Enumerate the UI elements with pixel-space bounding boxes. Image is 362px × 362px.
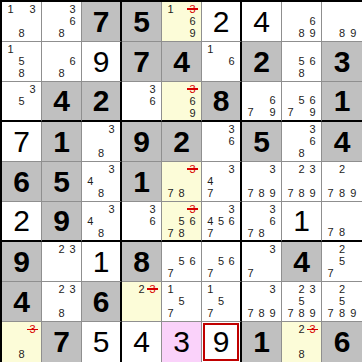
candidate-8: 8 xyxy=(296,147,307,159)
candidate-slot-empty xyxy=(245,283,256,295)
candidate-slot-empty xyxy=(45,283,56,295)
cell-r7c6[interactable]: 567 xyxy=(202,242,242,282)
candidate-slot-empty xyxy=(165,255,176,267)
solved-digit: 4 xyxy=(133,327,150,357)
candidate-slot-empty xyxy=(285,283,296,295)
cell-r9c3[interactable]: 5 xyxy=(82,322,122,362)
solved-digit: 3 xyxy=(173,327,190,357)
candidate-slot-empty xyxy=(216,135,227,147)
cell-r6c3[interactable]: 348 xyxy=(82,202,122,242)
candidate-slot-empty xyxy=(256,163,267,175)
candidate-slot-empty xyxy=(245,295,256,307)
candidate-slot-empty xyxy=(296,123,307,135)
candidate-slot-empty xyxy=(348,243,359,255)
candidate-3: 3 xyxy=(106,203,117,215)
candidate-slot-empty xyxy=(285,163,296,175)
cell-r1c1[interactable]: 138 xyxy=(2,2,42,42)
candidate-grid: 679 xyxy=(245,83,278,118)
candidate-grid: 157 xyxy=(165,283,198,319)
candidate-slot-empty xyxy=(136,83,147,95)
candidate-slot-empty xyxy=(106,227,117,239)
candidate-7: 7 xyxy=(325,267,336,279)
given-digit: 8 xyxy=(133,247,150,277)
cell-r3c2[interactable]: 4 xyxy=(42,82,82,122)
cell-r5c3[interactable]: 348 xyxy=(82,162,122,202)
candidate-7: 7 xyxy=(205,267,216,279)
cell-r6c8[interactable]: 1 xyxy=(282,202,322,242)
candidate-slot-empty xyxy=(336,267,347,279)
candidate-slot-empty xyxy=(147,295,158,307)
cell-r4c8[interactable]: 368 xyxy=(282,122,322,162)
cell-r2c1[interactable]: 158 xyxy=(2,42,42,82)
candidate-slot-empty xyxy=(216,147,227,159)
candidate-slot-empty xyxy=(45,3,56,15)
candidate-6: 6 xyxy=(67,55,78,67)
cell-r3c6[interactable]: 8 xyxy=(202,82,242,122)
given-digit: 6 xyxy=(93,287,110,317)
candidate-slot-empty xyxy=(106,215,117,227)
cell-r7c5[interactable]: 567 xyxy=(162,242,202,282)
solved-digit: 1 xyxy=(293,206,310,236)
sudoku-board: 1383687513692468989158689741625683354236… xyxy=(0,0,362,362)
cell-r8c4[interactable]: 23 xyxy=(122,282,162,322)
candidate-slot-empty xyxy=(296,175,307,187)
candidate-7: 7 xyxy=(205,227,216,239)
candidate-2: 2 xyxy=(296,323,307,335)
cell-r7c4[interactable]: 8 xyxy=(122,242,162,282)
candidate-3-eliminated: 3 xyxy=(187,83,198,95)
candidate-slot-empty xyxy=(67,43,78,55)
candidate-slot-empty xyxy=(325,215,336,227)
cell-r3c4[interactable]: 36 xyxy=(122,82,162,122)
solved-digit: 5 xyxy=(93,327,110,357)
given-digit: 4 xyxy=(53,86,70,116)
given-digit: 1 xyxy=(253,327,270,357)
candidate-slot-empty xyxy=(245,243,256,255)
candidate-8: 8 xyxy=(96,187,107,199)
cell-r1c5[interactable]: 1369 xyxy=(162,2,202,42)
candidate-7: 7 xyxy=(325,187,336,199)
candidate-slot-empty xyxy=(245,94,256,106)
cell-r4c7[interactable]: 5 xyxy=(242,122,282,162)
candidate-slot-empty xyxy=(267,267,278,279)
cell-r9c2[interactable]: 7 xyxy=(42,322,82,362)
candidate-slot-empty xyxy=(165,295,176,307)
candidate-grid: 23789 xyxy=(285,163,318,199)
candidate-5: 5 xyxy=(296,94,307,106)
candidate-8: 8 xyxy=(96,227,107,239)
candidate-7: 7 xyxy=(245,106,256,118)
cell-r9c4[interactable]: 4 xyxy=(122,322,162,362)
cell-r3c1[interactable]: 35 xyxy=(2,82,42,122)
candidate-slot-empty xyxy=(285,27,296,39)
cell-r5c6[interactable]: 347 xyxy=(202,162,242,202)
candidate-8: 8 xyxy=(176,227,187,239)
candidate-3: 3 xyxy=(147,203,158,215)
candidate-slot-empty xyxy=(67,67,78,79)
candidate-grid: 37 xyxy=(245,243,278,279)
candidate-grid: 368 xyxy=(45,3,78,39)
candidate-slot-empty xyxy=(325,3,336,15)
cell-r5c8[interactable]: 23789 xyxy=(282,162,322,202)
cell-r7c1[interactable]: 9 xyxy=(2,242,42,282)
candidate-slot-empty xyxy=(216,67,227,79)
candidate-3: 3 xyxy=(226,203,237,215)
cell-r8c3[interactable]: 6 xyxy=(82,282,122,322)
candidate-slot-empty xyxy=(336,175,347,187)
cell-r6c2[interactable]: 9 xyxy=(42,202,82,242)
candidate-7: 7 xyxy=(205,307,216,319)
candidate-slot-empty xyxy=(45,243,56,255)
candidate-6: 6 xyxy=(187,15,198,27)
candidate-slot-empty xyxy=(245,255,256,267)
candidate-grid: 36 xyxy=(125,83,158,118)
cell-r5c4[interactable]: 1 xyxy=(122,162,162,202)
cell-r2c4[interactable]: 7 xyxy=(122,42,162,82)
candidate-slot-empty xyxy=(256,203,267,215)
candidate-slot-empty xyxy=(256,295,267,307)
candidate-slot-empty xyxy=(285,348,296,360)
candidate-slot-empty xyxy=(216,163,227,175)
candidate-3: 3 xyxy=(226,163,237,175)
candidate-8: 8 xyxy=(16,27,27,39)
candidate-slot-empty xyxy=(226,267,237,279)
candidate-2: 2 xyxy=(136,283,147,295)
cell-r3c3[interactable]: 2 xyxy=(82,82,122,122)
candidate-8: 8 xyxy=(16,67,27,79)
cell-r9c1[interactable]: 38 xyxy=(2,322,42,362)
candidate-4: 4 xyxy=(205,175,216,187)
candidate-slot-empty xyxy=(176,267,187,279)
candidate-slot-empty xyxy=(85,187,96,199)
cell-r6c9[interactable]: 78 xyxy=(322,202,362,242)
cell-r3c5[interactable]: 369 xyxy=(162,82,202,122)
cell-r4c9[interactable]: 4 xyxy=(322,122,362,162)
candidate-slot-empty xyxy=(45,267,56,279)
given-digit: 9 xyxy=(13,247,30,277)
cell-r6c6[interactable]: 34567 xyxy=(202,202,242,242)
candidate-slot-empty xyxy=(245,83,256,94)
candidate-8: 8 xyxy=(296,348,307,360)
candidate-slot-empty xyxy=(136,227,147,238)
candidate-grid: 348 xyxy=(85,163,117,199)
candidate-slot-empty xyxy=(307,147,318,159)
candidate-9: 9 xyxy=(307,106,318,118)
cell-r5c1[interactable]: 6 xyxy=(2,162,42,202)
candidate-1: 1 xyxy=(5,43,16,55)
candidate-7: 7 xyxy=(325,226,336,238)
candidate-slot-empty xyxy=(256,106,267,118)
candidate-slot-empty xyxy=(5,83,16,95)
cell-r9c8[interactable]: 238 xyxy=(282,322,322,362)
candidate-5: 5 xyxy=(216,215,227,227)
cell-r7c9[interactable]: 257 xyxy=(322,242,362,282)
candidate-slot-empty xyxy=(106,187,117,199)
candidate-slot-empty xyxy=(165,83,176,95)
cell-r8c6[interactable]: 157 xyxy=(202,282,242,322)
candidate-7: 7 xyxy=(165,307,176,319)
candidate-3-eliminated: 3 xyxy=(307,323,318,335)
candidate-grid: 5679 xyxy=(285,83,318,118)
candidate-slot-empty xyxy=(226,67,237,79)
candidate-slot-empty xyxy=(16,15,27,27)
candidate-slot-empty xyxy=(348,215,359,227)
candidate-slot-empty xyxy=(136,95,147,107)
cell-r9c5[interactable]: 3 xyxy=(162,322,202,362)
candidate-slot-empty xyxy=(147,227,158,238)
cell-r3c7[interactable]: 679 xyxy=(242,82,282,122)
candidate-6: 6 xyxy=(307,94,318,106)
candidate-slot-empty xyxy=(307,348,318,360)
cell-r1c2[interactable]: 368 xyxy=(42,2,82,42)
candidate-slot-empty xyxy=(85,227,96,239)
candidate-slot-empty xyxy=(336,3,347,15)
candidate-slot-empty xyxy=(296,335,307,347)
candidate-3-eliminated: 3 xyxy=(187,3,198,15)
candidate-slot-empty xyxy=(256,94,267,106)
cell-r9c7[interactable]: 1 xyxy=(242,322,282,362)
given-digit: 2 xyxy=(253,47,270,77)
candidate-slot-empty xyxy=(5,323,16,335)
candidate-slot-empty xyxy=(27,43,38,55)
candidate-grid: 378 xyxy=(165,163,198,199)
candidate-slot-empty xyxy=(348,295,359,307)
candidate-7: 7 xyxy=(245,267,256,279)
candidate-9: 9 xyxy=(267,307,278,319)
candidate-1: 1 xyxy=(165,3,176,15)
candidate-slot-empty xyxy=(216,227,227,239)
cell-r3c8[interactable]: 5679 xyxy=(282,82,322,122)
candidate-slot-empty xyxy=(267,83,278,94)
candidate-slot-empty xyxy=(285,15,296,27)
candidate-slot-empty xyxy=(226,283,237,295)
cell-r7c7[interactable]: 37 xyxy=(242,242,282,282)
cell-r1c3[interactable]: 7 xyxy=(82,2,122,42)
candidate-6: 6 xyxy=(267,94,278,106)
candidate-3: 3 xyxy=(67,3,78,15)
cell-r2c8[interactable]: 568 xyxy=(282,42,322,82)
candidate-slot-empty xyxy=(27,95,38,107)
candidate-slot-empty xyxy=(348,163,359,175)
cell-r5c2[interactable]: 5 xyxy=(42,162,82,202)
candidate-slot-empty xyxy=(56,3,67,15)
candidate-slot-empty xyxy=(216,307,227,319)
cell-r4c1[interactable]: 7 xyxy=(2,122,42,162)
cell-r4c3[interactable]: 38 xyxy=(82,122,122,162)
candidate-slot-empty xyxy=(125,283,136,295)
candidate-slot-empty xyxy=(136,215,147,227)
candidate-slot-empty xyxy=(216,55,227,67)
given-digit: 5 xyxy=(253,127,270,157)
candidate-5: 5 xyxy=(176,255,187,267)
cell-r2c7[interactable]: 2 xyxy=(242,42,282,82)
candidate-slot-empty xyxy=(325,283,336,295)
cell-r4c4[interactable]: 9 xyxy=(122,122,162,162)
cell-r4c6[interactable]: 36 xyxy=(202,122,242,162)
cell-r2c9[interactable]: 3 xyxy=(322,42,362,82)
candidate-slot-empty xyxy=(165,107,176,119)
candidate-6: 6 xyxy=(187,215,198,227)
candidate-slot-empty xyxy=(96,135,107,147)
candidate-slot-empty xyxy=(205,55,216,67)
candidate-8: 8 xyxy=(256,187,267,199)
candidate-slot-empty xyxy=(307,295,318,307)
candidate-slot-empty xyxy=(226,43,237,55)
cell-r5c9[interactable]: 2789 xyxy=(322,162,362,202)
candidate-9: 9 xyxy=(267,106,278,118)
cell-r8c7[interactable]: 3789 xyxy=(242,282,282,322)
candidate-slot-empty xyxy=(136,295,147,307)
candidate-9: 9 xyxy=(348,187,359,199)
candidate-slot-empty xyxy=(67,255,78,267)
cell-r7c2[interactable]: 23 xyxy=(42,242,82,282)
candidate-slot-empty xyxy=(125,203,136,215)
candidate-8: 8 xyxy=(256,307,267,319)
cell-r8c1[interactable]: 4 xyxy=(2,282,42,322)
cell-r4c5[interactable]: 2 xyxy=(162,122,202,162)
cell-r7c8[interactable]: 4 xyxy=(282,242,322,282)
candidate-slot-empty xyxy=(85,135,96,147)
candidate-slot-empty xyxy=(176,243,187,255)
candidate-slot-empty xyxy=(216,187,227,199)
cell-r7c3[interactable]: 1 xyxy=(82,242,122,282)
cell-r2c5[interactable]: 4 xyxy=(162,42,202,82)
candidate-slot-empty xyxy=(176,203,187,215)
candidate-slot-empty xyxy=(187,283,198,295)
cell-r8c5[interactable]: 157 xyxy=(162,282,202,322)
cell-r8c9[interactable]: 25789 xyxy=(322,282,362,322)
candidate-slot-empty xyxy=(45,67,56,79)
given-digit: 6 xyxy=(13,167,30,197)
candidate-slot-empty xyxy=(27,335,38,347)
candidate-2: 2 xyxy=(336,283,347,295)
candidate-slot-empty xyxy=(96,215,107,227)
candidate-7: 7 xyxy=(165,227,176,239)
candidate-slot-empty xyxy=(348,175,359,187)
candidate-8: 8 xyxy=(296,27,307,39)
cell-r9c6-selected[interactable]: 9 xyxy=(202,322,242,362)
candidate-slot-empty xyxy=(205,255,216,267)
candidate-slot-empty xyxy=(56,15,67,27)
candidate-grid: 567 xyxy=(165,243,198,279)
given-digit: 1 xyxy=(53,127,70,157)
cell-r4c2[interactable]: 1 xyxy=(42,122,82,162)
given-digit: 9 xyxy=(133,127,150,157)
candidate-3: 3 xyxy=(106,163,117,175)
candidate-slot-empty xyxy=(176,95,187,107)
cell-r1c8[interactable]: 689 xyxy=(282,2,322,42)
candidate-5: 5 xyxy=(216,255,227,267)
cell-r6c1[interactable]: 2 xyxy=(2,202,42,242)
candidate-9: 9 xyxy=(307,27,318,39)
candidate-slot-empty xyxy=(165,175,176,187)
candidate-slot-empty xyxy=(285,123,296,135)
candidate-slot-empty xyxy=(147,307,158,319)
candidate-slot-empty xyxy=(325,203,336,215)
candidate-slot-empty xyxy=(226,175,237,187)
candidate-5: 5 xyxy=(16,55,27,67)
candidate-slot-empty xyxy=(56,55,67,67)
candidate-slot-empty xyxy=(285,83,296,94)
candidate-slot-empty xyxy=(216,283,227,295)
cell-r2c6[interactable]: 16 xyxy=(202,42,242,82)
cell-r9c9[interactable]: 6 xyxy=(322,322,362,362)
candidate-slot-empty xyxy=(285,94,296,106)
candidate-8: 8 xyxy=(296,67,307,79)
candidate-slot-empty xyxy=(5,95,16,107)
candidate-slot-empty xyxy=(136,107,147,118)
cell-r5c5[interactable]: 378 xyxy=(162,162,202,202)
candidate-grid: 369 xyxy=(165,83,198,118)
candidate-slot-empty xyxy=(256,267,267,279)
candidate-slot-empty xyxy=(325,175,336,187)
candidate-6: 6 xyxy=(307,15,318,27)
cell-r2c2[interactable]: 68 xyxy=(42,42,82,82)
candidate-grid: 35678 xyxy=(165,203,198,238)
cell-r3c9[interactable]: 1 xyxy=(322,82,362,122)
candidate-3: 3 xyxy=(307,163,318,175)
given-digit: 7 xyxy=(53,327,70,357)
candidate-4: 4 xyxy=(85,215,96,227)
cell-r8c2[interactable]: 238 xyxy=(42,282,82,322)
cell-r6c7[interactable]: 3678 xyxy=(242,202,282,242)
candidate-grid: 238 xyxy=(285,323,318,360)
candidate-slot-empty xyxy=(96,123,107,135)
cell-r5c7[interactable]: 3789 xyxy=(242,162,282,202)
cell-r6c4[interactable]: 36 xyxy=(122,202,162,242)
candidate-9: 9 xyxy=(307,187,318,199)
cell-r1c6[interactable]: 2 xyxy=(202,2,242,42)
candidate-grid: 36 xyxy=(125,203,158,238)
candidate-8: 8 xyxy=(16,348,27,360)
candidate-slot-empty xyxy=(136,307,147,319)
cell-r6c5[interactable]: 35678 xyxy=(162,202,202,242)
candidate-3: 3 xyxy=(267,203,278,215)
candidate-grid: 368 xyxy=(285,123,318,159)
given-digit: 4 xyxy=(334,127,351,157)
candidate-slot-empty xyxy=(336,203,347,215)
candidate-slot-empty xyxy=(267,227,278,239)
cell-r1c4[interactable]: 5 xyxy=(122,2,162,42)
candidate-slot-empty xyxy=(67,295,78,307)
cell-r8c8[interactable]: 235789 xyxy=(282,282,322,322)
candidate-slot-empty xyxy=(176,15,187,27)
cell-r1c7[interactable]: 4 xyxy=(242,2,282,42)
cell-r1c9[interactable]: 89 xyxy=(322,2,362,42)
candidate-slot-empty xyxy=(348,203,359,215)
candidate-8: 8 xyxy=(56,307,67,319)
candidate-slot-empty xyxy=(136,203,147,215)
cell-r2c3[interactable]: 9 xyxy=(82,42,122,82)
candidate-slot-empty xyxy=(165,215,176,227)
candidate-grid: 348 xyxy=(85,203,117,238)
candidate-slot-empty xyxy=(296,15,307,27)
candidate-6: 6 xyxy=(187,255,198,267)
candidate-8: 8 xyxy=(256,227,267,239)
candidate-slot-empty xyxy=(176,27,187,39)
candidate-slot-empty xyxy=(106,147,117,159)
candidate-4: 4 xyxy=(85,175,96,187)
candidate-8: 8 xyxy=(296,187,307,199)
candidate-slot-empty xyxy=(216,203,227,215)
candidate-slot-empty xyxy=(85,163,96,175)
candidate-slot-empty xyxy=(325,295,336,307)
candidate-slot-empty xyxy=(125,215,136,227)
solved-digit: 9 xyxy=(213,327,230,357)
candidate-slot-empty xyxy=(256,255,267,267)
candidate-6: 6 xyxy=(226,135,237,147)
candidate-9: 9 xyxy=(187,107,198,119)
